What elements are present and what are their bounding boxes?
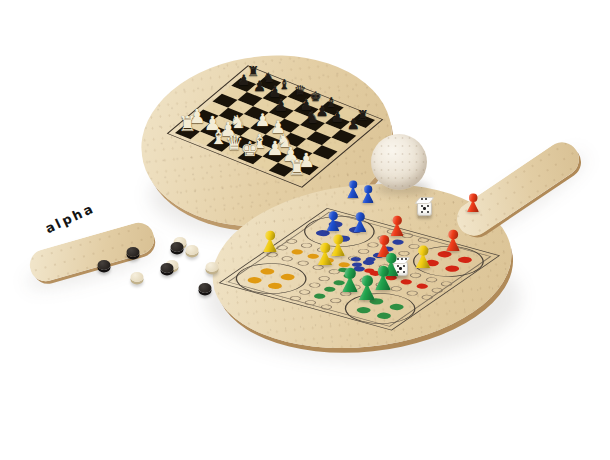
- ludo-pawn-green: [342, 268, 357, 292]
- checker-chip-white: [131, 272, 144, 282]
- ludo-home-dot-yellow: [258, 267, 277, 275]
- die-top-pip: [425, 198, 427, 200]
- checker-chip-black: [161, 263, 174, 273]
- die-pip: [403, 271, 405, 273]
- chess-piece-white-rook: ♜: [288, 158, 306, 179]
- chess-piece-white-pawn: ♟: [255, 112, 271, 130]
- ludo-home-dot-red: [443, 264, 462, 272]
- ludo-pawn-green: [375, 266, 390, 290]
- ludo-home-dot-yellow: [245, 276, 264, 284]
- ludo-home-dot-green: [374, 312, 393, 320]
- die-pip: [399, 267, 401, 269]
- die-top-pip: [405, 258, 407, 260]
- chess-piece-black-pawn: ♟: [274, 98, 288, 114]
- checker-chip-white: [186, 245, 199, 255]
- die-pip: [427, 205, 429, 207]
- chess-piece-white-rook: ♜: [178, 115, 196, 135]
- checker-chip-white: [206, 262, 219, 272]
- ludo-pawn-red: [391, 216, 404, 236]
- ludo-pawn-red: [467, 194, 479, 212]
- ludo-pawn-blue: [362, 185, 373, 203]
- chess-piece-white-king: ♚: [241, 140, 259, 161]
- ludo-home-dot-red: [455, 256, 474, 264]
- die-pip: [421, 211, 423, 213]
- ludo-pawn-yellow: [263, 231, 277, 252]
- chess-piece-black-pawn: ♟: [253, 79, 266, 94]
- ludo-home-dot-green: [354, 306, 373, 314]
- ludo-pawn-yellow: [416, 246, 430, 268]
- die-pip: [423, 207, 425, 209]
- felt-ball: [371, 134, 427, 190]
- brand-logo: alpha: [43, 200, 97, 236]
- ludo-pawn-blue: [327, 211, 340, 231]
- checker-chip-black: [171, 242, 184, 252]
- ludo-home-dot-yellow: [265, 282, 284, 290]
- die: [417, 201, 432, 216]
- die-top-pip: [401, 258, 403, 260]
- checker-chip-black: [199, 283, 212, 293]
- ludo-pawn-red: [446, 230, 460, 251]
- die-top-pip: [421, 198, 423, 200]
- die-pip: [427, 211, 429, 213]
- ludo-pawn-blue: [347, 181, 358, 198]
- ludo-pawn-yellow: [318, 243, 332, 265]
- chess-piece-black-pawn: ♟: [347, 116, 360, 131]
- ludo-pawn-blue: [354, 212, 367, 232]
- die-pip: [403, 265, 405, 267]
- ludo-paddle-handle: [450, 136, 585, 242]
- ludo-pawn-yellow: [331, 234, 345, 256]
- product-photo: alpha ♜♞♝♛♚♝♜♟♟♟♟♟♟♟♟♞♟♟♞♞♟♟♟♝♟♟♟♜♝♛♚♜: [0, 0, 610, 460]
- chess-piece-black-pawn: ♟: [331, 110, 344, 125]
- checker-chip-black: [127, 247, 140, 257]
- ludo-pawn-green: [359, 275, 375, 300]
- ludo-home-dot-yellow: [278, 273, 297, 281]
- chess-piece-black-knight: ♞: [306, 111, 320, 127]
- checker-chip-black: [98, 260, 111, 270]
- ludo-home-dot-green: [387, 303, 406, 311]
- chess-piece-black-pawn: ♟: [237, 72, 250, 87]
